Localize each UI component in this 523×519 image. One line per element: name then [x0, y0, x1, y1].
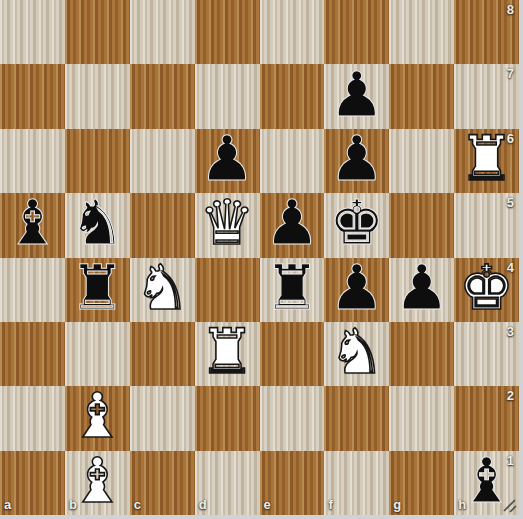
- black-rook[interactable]: ♜: [70, 258, 126, 320]
- square-f3[interactable]: ♞: [324, 322, 389, 386]
- square-f4[interactable]: ♟: [324, 258, 389, 322]
- square-a2[interactable]: [0, 386, 65, 450]
- square-f8[interactable]: [324, 0, 389, 64]
- square-e6[interactable]: [260, 129, 325, 193]
- chess-board: ♟♟♟♜♝♞♛♟♚♜♞♜♟♟♚♜♞♝♝♝: [0, 0, 519, 515]
- square-a5[interactable]: ♝: [0, 193, 65, 257]
- black-pawn[interactable]: ♟: [394, 258, 450, 320]
- square-b1[interactable]: ♝: [65, 451, 130, 515]
- square-e3[interactable]: [260, 322, 325, 386]
- square-h2[interactable]: [454, 386, 519, 450]
- square-c8[interactable]: [130, 0, 195, 64]
- square-c3[interactable]: [130, 322, 195, 386]
- square-b5[interactable]: ♞: [65, 193, 130, 257]
- black-knight[interactable]: ♞: [70, 193, 126, 255]
- square-b2[interactable]: ♝: [65, 386, 130, 450]
- black-pawn[interactable]: ♟: [329, 258, 385, 320]
- square-g8[interactable]: [389, 0, 454, 64]
- board-area: ♟♟♟♜♝♞♛♟♚♜♞♜♟♟♚♜♞♝♝♝ abcdefgh87654321: [0, 0, 519, 515]
- square-f2[interactable]: [324, 386, 389, 450]
- square-d7[interactable]: [195, 64, 260, 128]
- black-pawn[interactable]: ♟: [329, 129, 385, 191]
- square-h5[interactable]: [454, 193, 519, 257]
- white-knight[interactable]: ♞: [329, 322, 385, 384]
- square-d3[interactable]: ♜: [195, 322, 260, 386]
- square-g2[interactable]: [389, 386, 454, 450]
- square-d6[interactable]: ♟: [195, 129, 260, 193]
- square-g4[interactable]: ♟: [389, 258, 454, 322]
- square-d5[interactable]: ♛: [195, 193, 260, 257]
- square-d4[interactable]: [195, 258, 260, 322]
- square-e4[interactable]: ♜: [260, 258, 325, 322]
- black-king[interactable]: ♚: [329, 193, 385, 255]
- square-a7[interactable]: [0, 64, 65, 128]
- white-rook[interactable]: ♜: [459, 129, 515, 191]
- square-b3[interactable]: [65, 322, 130, 386]
- square-f1[interactable]: [324, 451, 389, 515]
- square-b4[interactable]: ♜: [65, 258, 130, 322]
- resize-grip-icon[interactable]: [502, 498, 517, 513]
- square-d1[interactable]: [195, 451, 260, 515]
- square-h8[interactable]: [454, 0, 519, 64]
- square-b6[interactable]: [65, 129, 130, 193]
- black-rook[interactable]: ♜: [264, 258, 320, 320]
- square-c7[interactable]: [130, 64, 195, 128]
- square-a8[interactable]: [0, 0, 65, 64]
- square-a4[interactable]: [0, 258, 65, 322]
- square-f7[interactable]: ♟: [324, 64, 389, 128]
- square-a6[interactable]: [0, 129, 65, 193]
- white-bishop[interactable]: ♝: [70, 386, 126, 448]
- square-c4[interactable]: ♞: [130, 258, 195, 322]
- square-g3[interactable]: [389, 322, 454, 386]
- square-g1[interactable]: [389, 451, 454, 515]
- square-h6[interactable]: ♜: [454, 129, 519, 193]
- square-a3[interactable]: [0, 322, 65, 386]
- square-c2[interactable]: [130, 386, 195, 450]
- square-e2[interactable]: [260, 386, 325, 450]
- black-pawn[interactable]: ♟: [199, 129, 255, 191]
- black-pawn[interactable]: ♟: [329, 64, 385, 126]
- square-h4[interactable]: ♚: [454, 258, 519, 322]
- black-pawn[interactable]: ♟: [264, 193, 320, 255]
- square-e5[interactable]: ♟: [260, 193, 325, 257]
- square-d2[interactable]: [195, 386, 260, 450]
- square-c5[interactable]: [130, 193, 195, 257]
- square-g7[interactable]: [389, 64, 454, 128]
- square-f5[interactable]: ♚: [324, 193, 389, 257]
- square-g5[interactable]: [389, 193, 454, 257]
- square-b8[interactable]: [65, 0, 130, 64]
- square-h3[interactable]: [454, 322, 519, 386]
- square-f6[interactable]: ♟: [324, 129, 389, 193]
- square-d8[interactable]: [195, 0, 260, 64]
- square-a1[interactable]: [0, 451, 65, 515]
- black-bishop[interactable]: ♝: [5, 193, 61, 255]
- square-g6[interactable]: [389, 129, 454, 193]
- square-e7[interactable]: [260, 64, 325, 128]
- white-bishop[interactable]: ♝: [70, 451, 126, 513]
- white-rook[interactable]: ♜: [199, 322, 255, 384]
- white-knight[interactable]: ♞: [134, 258, 190, 320]
- white-queen[interactable]: ♛: [199, 193, 255, 255]
- square-e1[interactable]: [260, 451, 325, 515]
- square-c1[interactable]: [130, 451, 195, 515]
- square-e8[interactable]: [260, 0, 325, 64]
- square-h7[interactable]: [454, 64, 519, 128]
- white-king[interactable]: ♚: [459, 258, 515, 320]
- square-b7[interactable]: [65, 64, 130, 128]
- square-c6[interactable]: [130, 129, 195, 193]
